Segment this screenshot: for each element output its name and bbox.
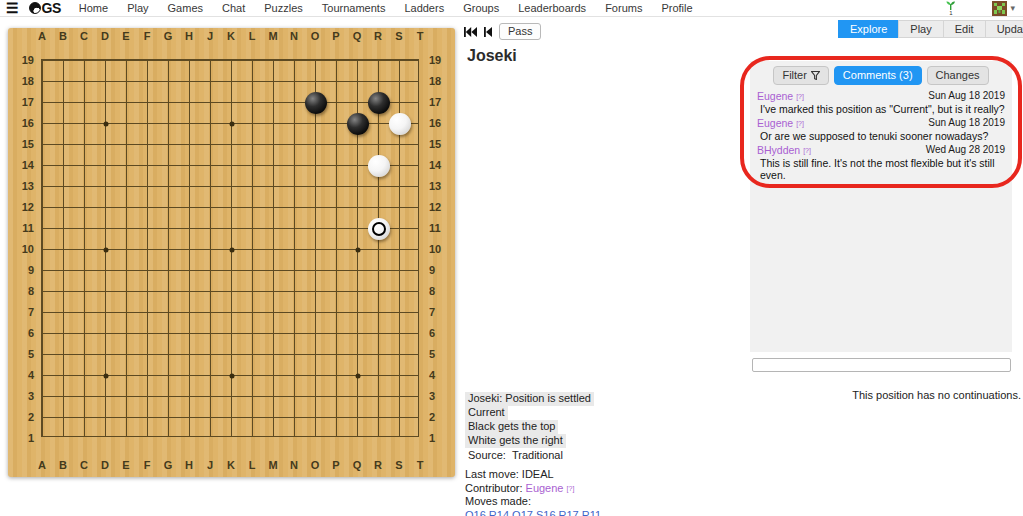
row-label-left-15: 15 (12, 138, 34, 150)
nav-item-leaderboards[interactable]: Leaderboards (518, 2, 586, 14)
comment-date: Sun Aug 18 2019 (928, 90, 1005, 102)
comment-date: Sun Aug 18 2019 (928, 117, 1005, 129)
nav-item-tournaments[interactable]: Tournaments (322, 2, 386, 14)
nav-items: HomePlayGamesChatPuzzlesTournamentsLadde… (79, 2, 693, 14)
pass-button[interactable]: Pass (499, 23, 541, 40)
nav-item-chat[interactable]: Chat (222, 2, 245, 14)
row-label-right-16: 16 (429, 117, 451, 129)
black-stone-Q16[interactable] (347, 113, 369, 135)
col-label-top-K: K (227, 30, 235, 42)
step-back-button[interactable] (484, 27, 492, 37)
nav-right: 1 ▾ (945, 0, 1017, 16)
col-label-top-Q: Q (353, 30, 362, 42)
row-label-right-8: 8 (429, 285, 451, 297)
star-point (104, 374, 109, 379)
star-point (356, 248, 361, 253)
panel-tabs: Filter Comments (3) Changes (750, 61, 1012, 85)
row-label-left-2: 2 (12, 411, 34, 423)
step-back-icon (484, 27, 492, 37)
mode-button-updates[interactable]: Updates (985, 20, 1023, 38)
row-label-left-8: 8 (12, 285, 34, 297)
page-title: Joseki (467, 47, 517, 65)
row-label-right-3: 3 (429, 390, 451, 402)
row-label-right-17: 17 (429, 96, 451, 108)
black-stone-O17[interactable] (305, 92, 327, 114)
row-label-right-11: 11 (429, 222, 451, 234)
col-label-top-G: G (164, 30, 173, 42)
comment-header: Eugene [?]Sun Aug 18 2019 (757, 117, 1005, 129)
row-label-left-9: 9 (12, 264, 34, 276)
position-tags: Joseki: Position is settledCurrentBlack … (465, 392, 594, 448)
go-stone-logo-icon (29, 2, 41, 14)
playback-controls: Pass (464, 23, 541, 40)
comment-author[interactable]: Eugene [?] (757, 90, 804, 102)
col-label-top-P: P (332, 30, 339, 42)
row-label-left-11: 11 (12, 222, 34, 234)
col-label-bottom-T: T (417, 459, 424, 471)
col-label-bottom-K: K (227, 459, 235, 471)
col-label-top-N: N (290, 30, 298, 42)
row-label-left-7: 7 (12, 306, 34, 318)
logo-text: GS (42, 0, 61, 16)
filter-funnel-icon (811, 71, 820, 80)
row-label-left-5: 5 (12, 348, 34, 360)
row-label-right-15: 15 (429, 138, 451, 150)
row-label-left-13: 13 (12, 180, 34, 192)
comment-author[interactable]: BHydden [?] (757, 144, 811, 156)
comment-header: BHydden [?]Wed Aug 28 2019 (757, 144, 1005, 156)
row-label-right-6: 6 (429, 327, 451, 339)
col-label-bottom-J: J (207, 459, 213, 471)
rewind-to-start-icon (464, 27, 477, 37)
rank-badge: [?] (567, 485, 575, 492)
col-label-bottom-N: N (290, 459, 298, 471)
nav-item-home[interactable]: Home (79, 2, 108, 14)
col-label-top-E: E (122, 30, 129, 42)
row-label-left-10: 10 (12, 243, 34, 255)
contributor-name[interactable]: Eugene [?] (526, 482, 575, 494)
top-navigation: ☰ GS HomePlayGamesChatPuzzlesTournaments… (0, 0, 1023, 17)
row-label-right-2: 2 (429, 411, 451, 423)
position-info-block: Joseki: Position is settledCurrentBlack … (465, 392, 594, 463)
col-label-bottom-E: E (122, 459, 129, 471)
supporter-sprout[interactable]: 1 (945, 0, 956, 16)
star-point (230, 122, 235, 127)
position-tag: Joseki: Position is settled (465, 392, 594, 406)
black-stone-R17[interactable] (368, 92, 390, 114)
comment-header: Eugene [?]Sun Aug 18 2019 (757, 90, 1005, 102)
avatar (992, 1, 1007, 16)
row-label-left-12: 12 (12, 201, 34, 213)
row-label-left-18: 18 (12, 75, 34, 87)
star-point (230, 374, 235, 379)
col-label-top-J: J (207, 30, 213, 42)
ogs-logo[interactable]: GS (29, 0, 61, 16)
col-label-top-H: H (185, 30, 193, 42)
row-label-right-1: 1 (429, 432, 451, 444)
col-label-top-L: L (249, 30, 256, 42)
chevron-down-icon: ▾ (1010, 3, 1015, 13)
col-label-bottom-O: O (311, 459, 320, 471)
comment: BHydden [?]Wed Aug 28 2019This is still … (757, 144, 1005, 181)
col-label-top-T: T (417, 30, 424, 42)
contributor-line: Contributor: Eugene [?] (465, 482, 601, 496)
nav-item-groups[interactable]: Groups (463, 2, 499, 14)
position-tag: Black gets the top (465, 420, 558, 434)
source-label: Source: (468, 449, 506, 461)
mode-button-group: ExplorePlayEditUpdates (838, 20, 1023, 38)
row-label-right-19: 19 (429, 54, 451, 66)
row-label-left-14: 14 (12, 159, 34, 171)
last-move-marker (372, 222, 386, 236)
col-label-bottom-B: B (59, 459, 67, 471)
col-label-top-M: M (268, 30, 277, 42)
comment-date: Wed Aug 28 2019 (926, 144, 1005, 156)
row-label-left-1: 1 (12, 432, 34, 444)
row-label-left-17: 17 (12, 96, 34, 108)
row-label-left-6: 6 (12, 327, 34, 339)
board-grid[interactable] (41, 59, 419, 437)
nav-item-profile[interactable]: Profile (661, 2, 692, 14)
star-point (104, 248, 109, 253)
col-label-top-O: O (311, 30, 320, 42)
rank-badge: [?] (796, 120, 804, 127)
rank-badge: [?] (803, 147, 811, 154)
row-label-left-4: 4 (12, 369, 34, 381)
row-label-left-3: 3 (12, 390, 34, 402)
col-label-top-A: A (38, 30, 46, 42)
mode-button-play[interactable]: Play (898, 20, 943, 38)
row-label-right-12: 12 (429, 201, 451, 213)
col-label-bottom-H: H (185, 459, 193, 471)
row-label-right-18: 18 (429, 75, 451, 87)
col-label-bottom-F: F (144, 459, 151, 471)
col-label-bottom-P: P (332, 459, 339, 471)
col-label-bottom-D: D (101, 459, 109, 471)
col-label-bottom-C: C (80, 459, 88, 471)
row-label-left-16: 16 (12, 117, 34, 129)
supporter-count: 1 (949, 10, 952, 16)
star-point (356, 374, 361, 379)
last-move-line: Last move: IDEAL (465, 468, 601, 482)
nav-item-play[interactable]: Play (127, 2, 148, 14)
comment-input[interactable] (752, 358, 1011, 372)
moves-made-label: Moves made: (465, 495, 601, 509)
comment-text: I've marked this position as "Current", … (760, 103, 1005, 115)
rewind-to-start-button[interactable] (464, 27, 477, 37)
moves-made-value[interactable]: Q16,R14,O17,S16,R17,R11 (465, 509, 601, 516)
comments-panel: Filter Comments (3) Changes Eugene [?]Su… (750, 61, 1012, 352)
col-label-bottom-S: S (395, 459, 402, 471)
mode-button-edit[interactable]: Edit (943, 20, 986, 38)
row-label-left-19: 19 (12, 54, 34, 66)
white-stone-S16[interactable] (389, 113, 411, 135)
comment-author[interactable]: Eugene [?] (757, 117, 804, 129)
comment-text: Or are we supposed to tenuki sooner nowa… (760, 130, 1005, 142)
col-label-bottom-G: G (164, 459, 173, 471)
user-menu[interactable]: ▾ (992, 1, 1015, 16)
position-details-block: Last move: IDEAL Contributor: Eugene [?]… (465, 468, 601, 516)
contributor-label: Contributor: (465, 482, 522, 494)
white-stone-R14[interactable] (368, 155, 390, 177)
sprout-icon (945, 0, 956, 10)
row-label-right-7: 7 (429, 306, 451, 318)
nav-item-ladders[interactable]: Ladders (404, 2, 444, 14)
nav-item-puzzles[interactable]: Puzzles (264, 2, 303, 14)
comment: Eugene [?]Sun Aug 18 2019I've marked thi… (757, 90, 1005, 115)
col-label-top-B: B (59, 30, 67, 42)
tab-filter[interactable]: Filter (773, 66, 828, 85)
rank-badge: [?] (796, 93, 804, 100)
col-label-top-D: D (101, 30, 109, 42)
source-value: Traditional (512, 449, 563, 461)
col-label-top-C: C (80, 30, 88, 42)
col-label-bottom-Q: Q (353, 459, 362, 471)
star-point (230, 248, 235, 253)
col-label-bottom-M: M (268, 459, 277, 471)
comments-list: Eugene [?]Sun Aug 18 2019I've marked thi… (750, 85, 1012, 181)
row-label-right-13: 13 (429, 180, 451, 192)
row-label-right-14: 14 (429, 159, 451, 171)
source-line: Source:Traditional (465, 448, 594, 463)
no-continuations-text: This position has no continuations. (760, 389, 1021, 401)
col-label-top-S: S (395, 30, 402, 42)
row-label-right-9: 9 (429, 264, 451, 276)
col-label-top-R: R (374, 30, 382, 42)
tab-comments[interactable]: Comments (3) (834, 66, 922, 85)
position-tag: Current (465, 406, 508, 420)
comment: Eugene [?]Sun Aug 18 2019Or are we suppo… (757, 117, 1005, 142)
star-point (104, 122, 109, 127)
nav-item-forums[interactable]: Forums (605, 2, 642, 14)
row-label-right-10: 10 (429, 243, 451, 255)
col-label-bottom-L: L (249, 459, 256, 471)
col-label-bottom-R: R (374, 459, 382, 471)
row-label-right-5: 5 (429, 348, 451, 360)
row-label-right-4: 4 (429, 369, 451, 381)
white-stone-R11[interactable] (368, 218, 390, 240)
mode-button-explore[interactable]: Explore (838, 20, 899, 38)
col-label-top-F: F (144, 30, 151, 42)
tab-changes[interactable]: Changes (927, 66, 989, 85)
go-board[interactable]: AABBCCDDEEFFGGHHJJKKLLMMNNOOPPQQRRSSTT19… (8, 28, 455, 477)
position-tag: White gets the right (465, 434, 566, 448)
col-label-bottom-A: A (38, 459, 46, 471)
nav-item-games[interactable]: Games (168, 2, 203, 14)
menu-icon[interactable]: ☰ (6, 1, 19, 15)
comment-text: This is still fine. It's not the most fl… (760, 157, 1005, 181)
